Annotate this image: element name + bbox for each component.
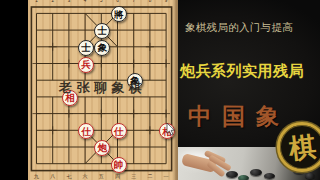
svg-text:三: 三 (131, 173, 136, 179)
watermark-text: 老张聊象棋 (59, 79, 147, 97)
svg-text:8: 8 (149, 0, 152, 3)
svg-text:4: 4 (84, 0, 87, 3)
piece-士[interactable]: 士 (78, 40, 94, 56)
photo-piece (250, 169, 262, 176)
photo-piece (238, 175, 249, 180)
xiangqi-board: 九八七六五四三二一123456789 將士士象象兵相仕仕相炮帥 老张聊象棋 (28, 0, 178, 180)
mouse-cursor (166, 123, 176, 136)
svg-text:一: 一 (164, 173, 169, 179)
brand-calligraphy: 中国象 (188, 101, 290, 132)
photo-piece (305, 173, 315, 179)
svg-text:五: 五 (99, 173, 104, 179)
seal-character: 棋 (287, 132, 317, 162)
svg-text:七: 七 (66, 173, 71, 179)
photo-piece (226, 171, 238, 178)
svg-text:6: 6 (116, 0, 119, 3)
svg-text:1: 1 (35, 0, 38, 3)
piece-兵[interactable]: 兵 (78, 57, 94, 73)
svg-text:2: 2 (51, 0, 54, 3)
video-frame: 九八七六五四三二一123456789 將士士象象兵相仕仕相炮帥 老张聊象棋 象棋… (0, 0, 320, 180)
svg-text:二: 二 (147, 173, 152, 179)
svg-text:3: 3 (68, 0, 71, 3)
piece-象[interactable]: 象 (94, 40, 110, 56)
piece-帥[interactable]: 帥 (111, 157, 127, 173)
svg-text:九: 九 (34, 173, 39, 179)
episode-title: 炮兵系列实用残局 (180, 62, 304, 81)
svg-text:9: 9 (165, 0, 168, 3)
svg-text:八: 八 (50, 173, 55, 179)
svg-text:7: 7 (132, 0, 135, 3)
svg-text:5: 5 (100, 0, 103, 3)
photo-piece (264, 173, 275, 179)
piece-將[interactable]: 將 (111, 6, 127, 22)
piece-仕[interactable]: 仕 (111, 123, 127, 139)
right-panel: 象棋残局的入门与提高 炮兵系列实用残局 中国象 棋 (178, 0, 320, 180)
seal-badge: 棋 (277, 122, 320, 172)
svg-text:四: 四 (115, 173, 120, 180)
series-subtitle: 象棋残局的入门与提高 (185, 21, 293, 35)
svg-text:六: 六 (83, 173, 88, 179)
